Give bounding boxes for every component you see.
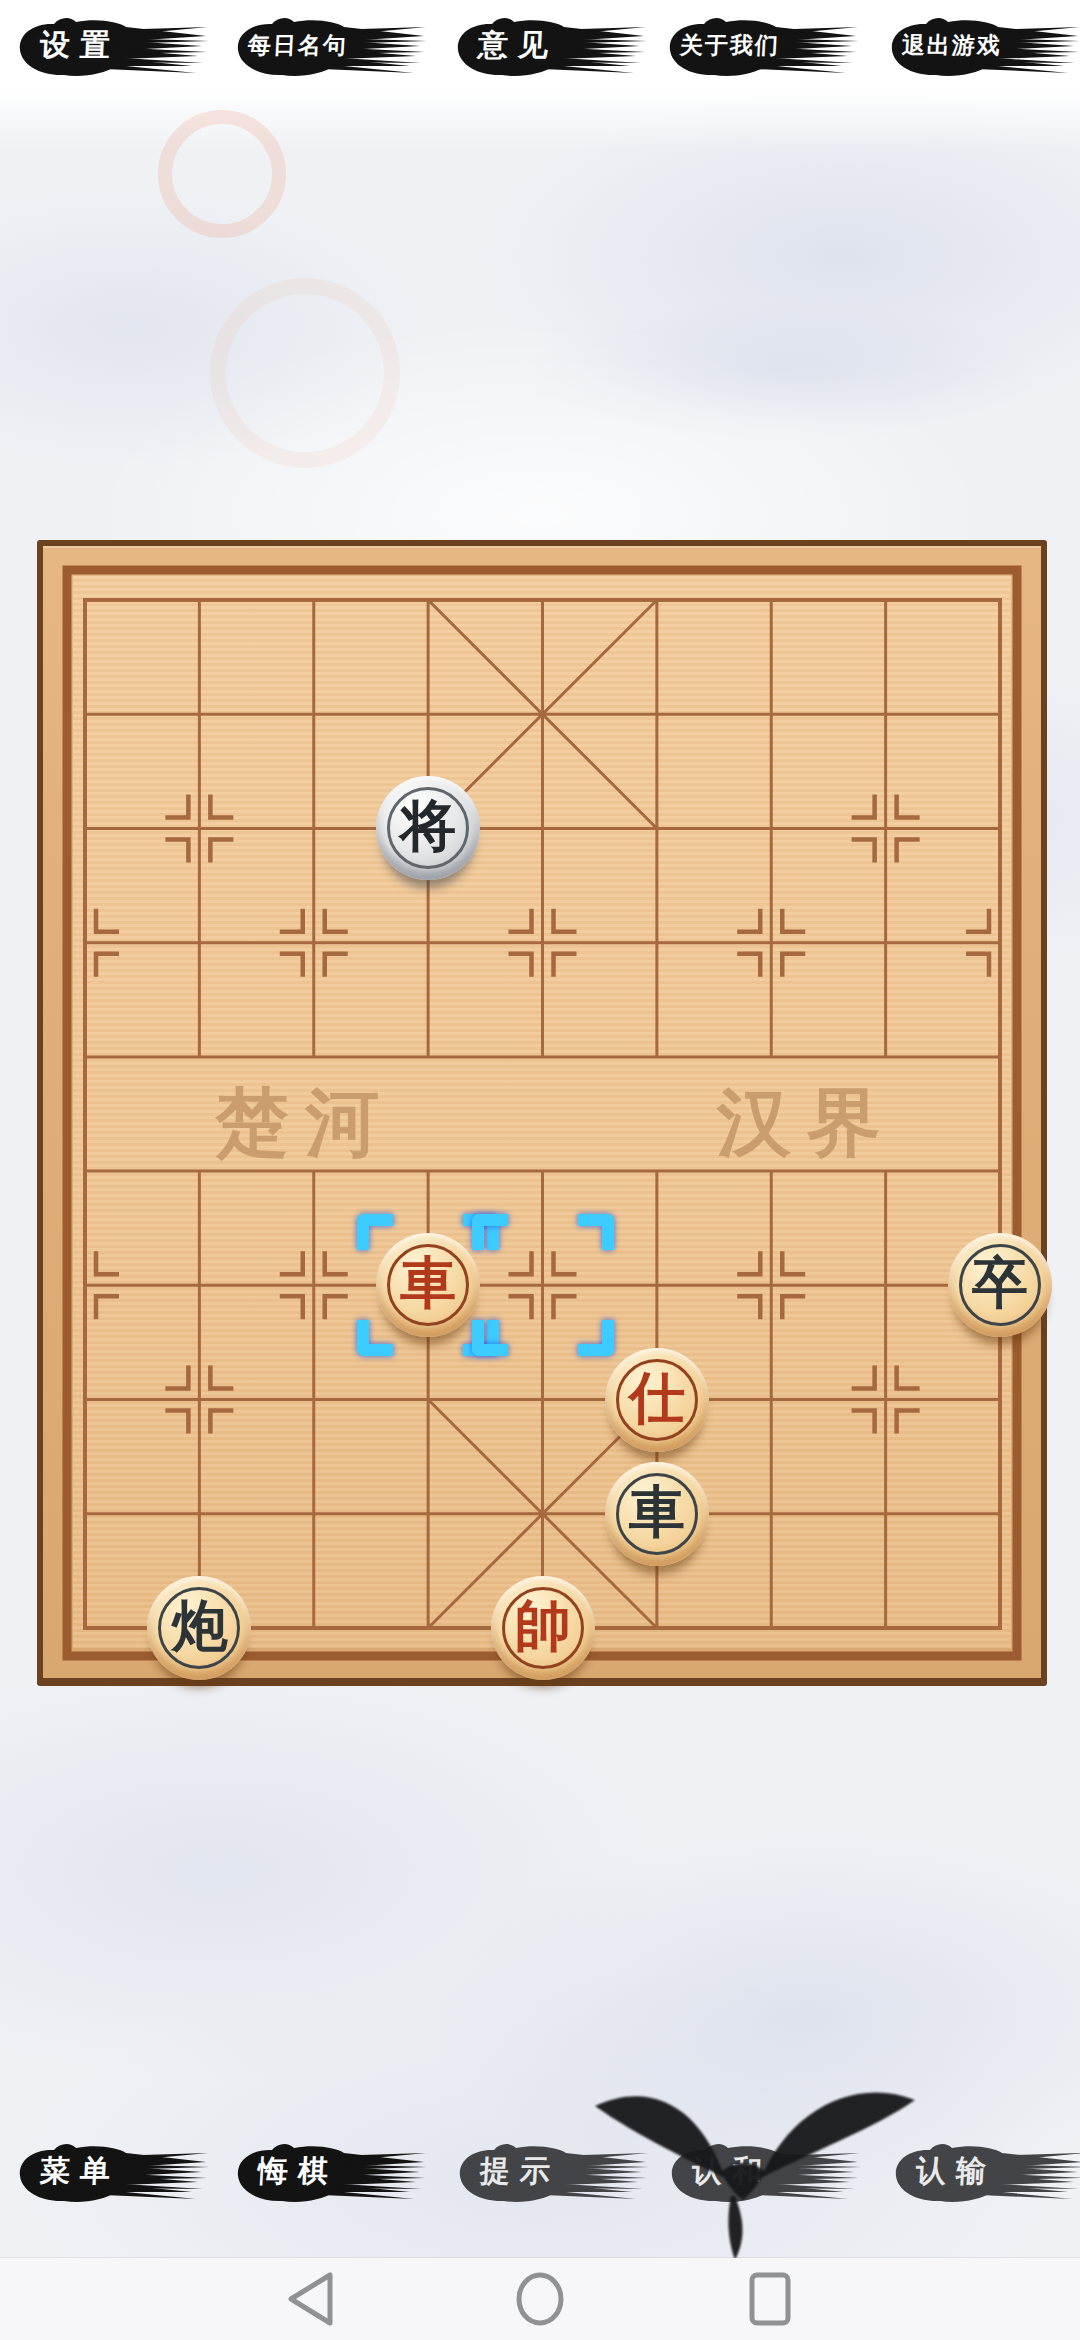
home-icon[interactable] [519, 2275, 561, 2323]
move-origin-square[interactable] [472, 1214, 614, 1356]
piece-red-advisor[interactable]: 仕 [605, 1348, 709, 1452]
settings-button[interactable]: 设置 [10, 14, 210, 84]
xiangqi-board: 楚河 汉界 将 車 卒 仕 車 帥 炮 [37, 540, 1047, 1686]
undo-move-label: 悔棋 [234, 2140, 361, 2203]
back-icon[interactable] [291, 2275, 330, 2323]
android-navigation-bar [0, 2258, 1080, 2340]
daily-quote-button[interactable]: 每日名句 [228, 14, 428, 84]
settings-label: 设置 [16, 14, 143, 77]
piece-black-cannon[interactable]: 炮 [147, 1576, 251, 1680]
exit-game-button[interactable]: 退出游戏 [882, 14, 1080, 84]
piece-black-chariot[interactable]: 車 [605, 1462, 709, 1566]
piece-black-general[interactable]: 将 [376, 776, 480, 880]
daily-quote-label: 每日名句 [234, 14, 361, 77]
watermark-arc-icon [158, 110, 286, 238]
feedback-label: 意见 [454, 14, 581, 77]
watermark-mist [520, 300, 1040, 440]
offer-draw-button[interactable]: 认和 [662, 2140, 862, 2210]
piece-glyph: 帥 [515, 1598, 571, 1654]
piece-black-soldier[interactable]: 卒 [948, 1233, 1052, 1337]
board-pieces-layer[interactable]: 将 車 卒 仕 車 帥 炮 [43, 546, 1041, 1678]
piece-red-general[interactable]: 帥 [491, 1576, 595, 1680]
hint-label: 提示 [456, 2140, 583, 2203]
feedback-button[interactable]: 意见 [448, 14, 648, 84]
menu-label: 菜单 [16, 2140, 143, 2203]
resign-button[interactable]: 认输 [886, 2140, 1080, 2210]
piece-glyph: 車 [629, 1484, 685, 1540]
watermark-arc-icon [210, 278, 400, 468]
game-screen: 设置 每日名句 意见 关于我们 退出游戏 楚河 汉界 将 車 卒 仕 車 帥 炮… [0, 0, 1080, 2340]
hint-button[interactable]: 提示 [450, 2140, 650, 2210]
menu-button[interactable]: 菜单 [10, 2140, 210, 2210]
recents-icon[interactable] [752, 2275, 788, 2323]
about-us-label: 关于我们 [666, 14, 793, 77]
about-us-button[interactable]: 关于我们 [660, 14, 860, 84]
piece-glyph: 仕 [629, 1370, 685, 1426]
resign-label: 认输 [892, 2140, 1019, 2203]
top-menu-bar: 设置 每日名句 意见 关于我们 退出游戏 [0, 14, 1080, 94]
piece-glyph: 炮 [171, 1598, 227, 1654]
offer-draw-label: 认和 [668, 2140, 795, 2203]
exit-game-label: 退出游戏 [888, 14, 1015, 77]
bottom-menu-bar: 菜单 悔棋 提示 认和 认输 [0, 2140, 1080, 2220]
piece-glyph: 卒 [972, 1255, 1028, 1311]
piece-glyph: 将 [400, 798, 456, 854]
undo-move-button[interactable]: 悔棋 [228, 2140, 428, 2210]
